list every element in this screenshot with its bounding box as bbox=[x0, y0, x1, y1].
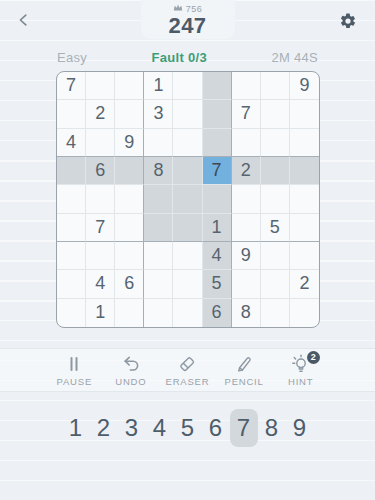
pencil-icon bbox=[234, 354, 254, 374]
board-cell-r2c5[interactable] bbox=[173, 100, 202, 128]
board-cell-r3c8[interactable] bbox=[261, 129, 290, 157]
eraser-icon bbox=[177, 354, 197, 374]
score-value: 756 bbox=[186, 4, 203, 14]
board-cell-r6c5[interactable] bbox=[173, 214, 202, 242]
pause-icon bbox=[67, 354, 81, 374]
status-bar: Easy Fault 0/3 2M 44S bbox=[57, 48, 318, 66]
settings-button[interactable] bbox=[335, 10, 361, 34]
board-cell-r8c5[interactable] bbox=[173, 270, 202, 298]
board-cell-r6c7[interactable] bbox=[232, 214, 261, 242]
board-cell-r3c4[interactable] bbox=[144, 129, 173, 157]
eraser-button[interactable]: ERASER bbox=[159, 350, 216, 390]
gear-icon bbox=[339, 12, 357, 33]
fault-counter: Fault 0/3 bbox=[152, 50, 207, 65]
board-cell-r8c6[interactable]: 5 bbox=[203, 270, 232, 298]
board-cell-r3c1[interactable]: 4 bbox=[57, 129, 86, 157]
numpad-key-8[interactable]: 8 bbox=[258, 409, 286, 447]
board-cell-r9c9[interactable] bbox=[290, 299, 319, 327]
numpad-key-7[interactable]: 7 bbox=[230, 409, 258, 447]
pause-button[interactable]: PAUSE bbox=[46, 350, 103, 390]
back-chevron-icon bbox=[15, 11, 33, 32]
board-cell-r1c9[interactable]: 9 bbox=[290, 72, 319, 100]
board-cell-r3c2[interactable] bbox=[86, 129, 115, 157]
numpad-key-2[interactable]: 2 bbox=[90, 409, 118, 447]
undo-label: UNDO bbox=[115, 376, 146, 387]
board-cell-r6c6[interactable]: 1 bbox=[203, 214, 232, 242]
board-cell-r3c3[interactable]: 9 bbox=[115, 129, 144, 157]
back-button[interactable] bbox=[10, 8, 38, 34]
board-cell-r7c5[interactable] bbox=[173, 242, 202, 270]
board-cell-r6c4[interactable] bbox=[144, 214, 173, 242]
board-cell-r7c7[interactable]: 9 bbox=[232, 242, 261, 270]
board-cell-r8c8[interactable] bbox=[261, 270, 290, 298]
board-cell-r1c8[interactable] bbox=[261, 72, 290, 100]
board-cell-r5c2[interactable] bbox=[86, 185, 115, 213]
score-counter: 756 247 bbox=[141, 0, 235, 39]
board-cell-r4c4[interactable]: 8 bbox=[144, 157, 173, 185]
board-cell-r4c9[interactable] bbox=[290, 157, 319, 185]
board-cell-r9c4[interactable] bbox=[144, 299, 173, 327]
board-cell-r7c9[interactable] bbox=[290, 242, 319, 270]
board-cell-r6c2[interactable]: 7 bbox=[86, 214, 115, 242]
timer-label: 2M 44S bbox=[271, 50, 318, 65]
board-cell-r5c9[interactable] bbox=[290, 185, 319, 213]
board-cell-r2c1[interactable] bbox=[57, 100, 86, 128]
board-cell-r2c4[interactable]: 3 bbox=[144, 100, 173, 128]
board-cell-r1c7[interactable] bbox=[232, 72, 261, 100]
board-cell-r5c3[interactable] bbox=[115, 185, 144, 213]
board-cell-r7c2[interactable] bbox=[86, 242, 115, 270]
board-cell-r1c4[interactable]: 1 bbox=[144, 72, 173, 100]
counter-value: 247 bbox=[141, 14, 235, 38]
board-cell-r5c7[interactable] bbox=[232, 185, 261, 213]
pencil-label: PENCIL bbox=[225, 376, 264, 387]
board-cell-r8c7[interactable] bbox=[232, 270, 261, 298]
board-cell-r7c1[interactable] bbox=[57, 242, 86, 270]
board-cell-r4c7[interactable]: 2 bbox=[232, 157, 261, 185]
board-cell-r1c1[interactable]: 7 bbox=[57, 72, 86, 100]
sudoku-board: 719237496872715494652168 bbox=[56, 71, 320, 328]
board-cell-r9c5[interactable] bbox=[173, 299, 202, 327]
board-cell-r5c4[interactable] bbox=[144, 185, 173, 213]
board-cell-r4c3[interactable] bbox=[115, 157, 144, 185]
board-cell-r9c2[interactable]: 1 bbox=[86, 299, 115, 327]
board-cell-r8c1[interactable] bbox=[57, 270, 86, 298]
board-cell-r6c8[interactable]: 5 bbox=[261, 214, 290, 242]
hint-badge: 2 bbox=[307, 351, 320, 364]
board-cell-r4c8[interactable] bbox=[261, 157, 290, 185]
board-cell-r8c2[interactable]: 4 bbox=[86, 270, 115, 298]
board-cell-r4c1[interactable] bbox=[57, 157, 86, 185]
board-cell-r5c8[interactable] bbox=[261, 185, 290, 213]
board-cell-r3c9[interactable] bbox=[290, 129, 319, 157]
undo-icon bbox=[121, 354, 141, 374]
hint-label: HINT bbox=[288, 376, 313, 387]
board-cell-r5c1[interactable] bbox=[57, 185, 86, 213]
board-cell-r2c3[interactable] bbox=[115, 100, 144, 128]
undo-button[interactable]: UNDO bbox=[103, 350, 160, 390]
board-cell-r7c8[interactable] bbox=[261, 242, 290, 270]
board-cell-r6c9[interactable] bbox=[290, 214, 319, 242]
board-cell-r5c6[interactable] bbox=[203, 185, 232, 213]
board-cell-r9c1[interactable] bbox=[57, 299, 86, 327]
board-cell-r4c2[interactable]: 6 bbox=[86, 157, 115, 185]
board-cell-r3c6[interactable] bbox=[203, 129, 232, 157]
board-cell-r1c6[interactable] bbox=[203, 72, 232, 100]
pencil-button[interactable]: PENCIL bbox=[216, 350, 273, 390]
board-cell-r7c3[interactable] bbox=[115, 242, 144, 270]
board-cell-r4c6[interactable]: 7 bbox=[203, 157, 232, 185]
board-cell-r7c6[interactable]: 4 bbox=[203, 242, 232, 270]
board-cell-r2c6[interactable] bbox=[203, 100, 232, 128]
board-cell-r2c9[interactable] bbox=[290, 100, 319, 128]
hint-button[interactable]: 2 HINT bbox=[272, 350, 329, 390]
board-cell-r6c1[interactable] bbox=[57, 214, 86, 242]
eraser-label: ERASER bbox=[166, 376, 210, 387]
board-cell-r1c5[interactable] bbox=[173, 72, 202, 100]
board-cell-r1c2[interactable] bbox=[86, 72, 115, 100]
board-cell-r1c3[interactable] bbox=[115, 72, 144, 100]
difficulty-label: Easy bbox=[57, 50, 87, 65]
sudoku-app-screen: 756 247 Easy Fault 0/3 2M 44S 7192374968… bbox=[0, 0, 375, 500]
board-cell-r8c3[interactable]: 6 bbox=[115, 270, 144, 298]
numpad-key-4[interactable]: 4 bbox=[146, 409, 174, 447]
board-cell-r4c5[interactable] bbox=[173, 157, 202, 185]
numpad-key-3[interactable]: 3 bbox=[118, 409, 146, 447]
numpad-key-9[interactable]: 9 bbox=[286, 409, 314, 447]
pause-label: PAUSE bbox=[57, 376, 93, 387]
board-cell-r5c5[interactable] bbox=[173, 185, 202, 213]
board-cell-r2c7[interactable]: 7 bbox=[232, 100, 261, 128]
board-cell-r2c2[interactable]: 2 bbox=[86, 100, 115, 128]
board-cell-r8c9[interactable]: 2 bbox=[290, 270, 319, 298]
numpad-key-6[interactable]: 6 bbox=[202, 409, 230, 447]
board-cell-r3c7[interactable] bbox=[232, 129, 261, 157]
board-cell-r3c5[interactable] bbox=[173, 129, 202, 157]
toolbar: PAUSE UNDO ERASER PENCIL 2 HINT bbox=[0, 348, 375, 392]
board-cell-r9c6[interactable]: 6 bbox=[203, 299, 232, 327]
hint-bulb-icon: 2 bbox=[290, 354, 312, 374]
number-pad: 123456789 bbox=[62, 409, 314, 447]
board-cell-r9c7[interactable]: 8 bbox=[232, 299, 261, 327]
board-cell-r9c8[interactable] bbox=[261, 299, 290, 327]
board-cell-r6c3[interactable] bbox=[115, 214, 144, 242]
board-cell-r2c8[interactable] bbox=[261, 100, 290, 128]
numpad-key-1[interactable]: 1 bbox=[62, 409, 90, 447]
board-cell-r9c3[interactable] bbox=[115, 299, 144, 327]
board-cell-r8c4[interactable] bbox=[144, 270, 173, 298]
numpad-key-5[interactable]: 5 bbox=[174, 409, 202, 447]
board-cell-r7c4[interactable] bbox=[144, 242, 173, 270]
